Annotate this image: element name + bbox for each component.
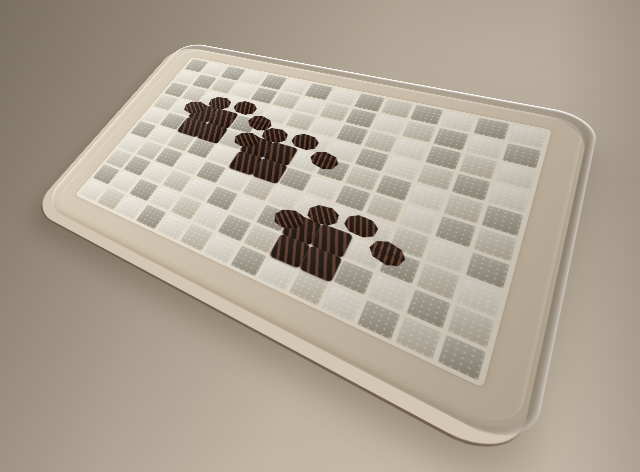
paw-toe-tile	[183, 102, 206, 114]
paw-toe-tile	[274, 209, 304, 230]
photo-stage	[0, 0, 640, 472]
tray-perspective-scene	[75, 57, 552, 388]
paw-toe-tile	[207, 96, 233, 110]
paw-toe-tile	[365, 237, 410, 271]
paw-toe-tile	[306, 149, 342, 173]
paw-toe-tile	[288, 132, 321, 153]
paw-toe-tile	[306, 203, 341, 228]
paw-toe-tile	[341, 212, 381, 241]
paw-toe-tile	[234, 132, 259, 146]
paw-toe-tile	[231, 100, 260, 117]
